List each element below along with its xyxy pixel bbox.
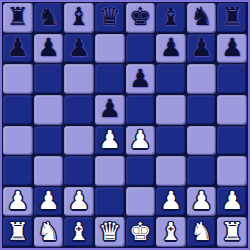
square-d7[interactable] <box>95 34 125 64</box>
square-e6[interactable]: ♟ <box>126 64 156 94</box>
square-b6[interactable] <box>34 64 64 94</box>
square-c1[interactable]: ♝ <box>64 217 94 247</box>
square-h1[interactable]: ♜ <box>217 217 247 247</box>
square-f2[interactable]: ♟ <box>156 187 186 217</box>
square-c8[interactable]: ♝ <box>64 3 94 33</box>
piece-white-queen[interactable]: ♛ <box>98 219 120 244</box>
square-g5[interactable] <box>187 95 217 125</box>
square-a6[interactable] <box>3 64 33 94</box>
square-d4[interactable]: ♟ <box>95 126 125 156</box>
piece-white-pawn[interactable]: ♟ <box>221 188 243 213</box>
square-c7[interactable]: ♟ <box>64 34 94 64</box>
square-f7[interactable]: ♟ <box>156 34 186 64</box>
square-f6[interactable] <box>156 64 186 94</box>
piece-white-knight[interactable]: ♞ <box>37 219 59 244</box>
square-a7[interactable]: ♟ <box>3 34 33 64</box>
square-e3[interactable] <box>126 156 156 186</box>
piece-white-bishop[interactable]: ♝ <box>68 219 90 244</box>
piece-black-pawn[interactable]: ♟ <box>37 35 59 60</box>
piece-black-pawn[interactable]: ♟ <box>190 35 212 60</box>
square-a4[interactable] <box>3 126 33 156</box>
piece-black-king[interactable]: ♚ <box>129 4 151 29</box>
piece-black-pawn[interactable]: ♟ <box>98 96 120 121</box>
piece-black-pawn[interactable]: ♟ <box>221 35 243 60</box>
square-b3[interactable] <box>34 156 64 186</box>
piece-black-knight[interactable]: ♞ <box>190 4 212 29</box>
square-a3[interactable] <box>3 156 33 186</box>
square-d1[interactable]: ♛ <box>95 217 125 247</box>
square-c6[interactable] <box>64 64 94 94</box>
square-h8[interactable]: ♜ <box>217 3 247 33</box>
square-e7[interactable] <box>126 34 156 64</box>
square-f3[interactable] <box>156 156 186 186</box>
square-d3[interactable] <box>95 156 125 186</box>
square-h5[interactable] <box>217 95 247 125</box>
piece-white-bishop[interactable]: ♝ <box>160 219 182 244</box>
square-g3[interactable] <box>187 156 217 186</box>
square-e8[interactable]: ♚ <box>126 3 156 33</box>
piece-white-king[interactable]: ♚ <box>129 219 151 244</box>
square-c3[interactable] <box>64 156 94 186</box>
piece-black-pawn[interactable]: ♟ <box>160 35 182 60</box>
square-a8[interactable]: ♜ <box>3 3 33 33</box>
square-f8[interactable]: ♝ <box>156 3 186 33</box>
square-c5[interactable] <box>64 95 94 125</box>
board-frame: ♜♞♝♛♚♝♞♜♟♟♟♟♟♟♟♟♟♟♟♟♟♟♟♟♜♞♝♛♚♝♞♜ <box>0 0 250 250</box>
piece-black-rook[interactable]: ♜ <box>7 4 29 29</box>
square-h2[interactable]: ♟ <box>217 187 247 217</box>
piece-black-bishop[interactable]: ♝ <box>68 4 90 29</box>
square-d5[interactable]: ♟ <box>95 95 125 125</box>
square-h6[interactable] <box>217 64 247 94</box>
square-h4[interactable] <box>217 126 247 156</box>
square-f4[interactable] <box>156 126 186 156</box>
piece-white-pawn[interactable]: ♟ <box>37 188 59 213</box>
piece-white-pawn[interactable]: ♟ <box>129 127 151 152</box>
square-a1[interactable]: ♜ <box>3 217 33 247</box>
piece-black-knight[interactable]: ♞ <box>37 4 59 29</box>
square-d8[interactable]: ♛ <box>95 3 125 33</box>
square-g6[interactable] <box>187 64 217 94</box>
chess-board: ♜♞♝♛♚♝♞♜♟♟♟♟♟♟♟♟♟♟♟♟♟♟♟♟♜♞♝♛♚♝♞♜ <box>2 2 248 248</box>
square-b8[interactable]: ♞ <box>34 3 64 33</box>
square-e4[interactable]: ♟ <box>126 126 156 156</box>
square-h7[interactable]: ♟ <box>217 34 247 64</box>
square-d6[interactable] <box>95 64 125 94</box>
square-g4[interactable] <box>187 126 217 156</box>
piece-white-pawn[interactable]: ♟ <box>98 127 120 152</box>
square-b2[interactable]: ♟ <box>34 187 64 217</box>
piece-white-pawn[interactable]: ♟ <box>160 188 182 213</box>
square-b7[interactable]: ♟ <box>34 34 64 64</box>
square-a5[interactable] <box>3 95 33 125</box>
square-g8[interactable]: ♞ <box>187 3 217 33</box>
piece-black-pawn[interactable]: ♟ <box>7 35 29 60</box>
piece-black-rook[interactable]: ♜ <box>221 4 243 29</box>
piece-white-knight[interactable]: ♞ <box>190 219 212 244</box>
square-e5[interactable] <box>126 95 156 125</box>
square-d2[interactable] <box>95 187 125 217</box>
piece-black-pawn[interactable]: ♟ <box>68 35 90 60</box>
piece-white-rook[interactable]: ♜ <box>7 219 29 244</box>
piece-black-queen[interactable]: ♛ <box>98 4 120 29</box>
square-g2[interactable]: ♟ <box>187 187 217 217</box>
square-b1[interactable]: ♞ <box>34 217 64 247</box>
square-g7[interactable]: ♟ <box>187 34 217 64</box>
square-c2[interactable]: ♟ <box>64 187 94 217</box>
square-e1[interactable]: ♚ <box>126 217 156 247</box>
piece-black-bishop[interactable]: ♝ <box>160 4 182 29</box>
square-b5[interactable] <box>34 95 64 125</box>
piece-white-pawn[interactable]: ♟ <box>7 188 29 213</box>
square-c4[interactable] <box>64 126 94 156</box>
piece-white-pawn[interactable]: ♟ <box>68 188 90 213</box>
square-g1[interactable]: ♞ <box>187 217 217 247</box>
piece-white-rook[interactable]: ♜ <box>221 219 243 244</box>
square-a2[interactable]: ♟ <box>3 187 33 217</box>
piece-black-pawn[interactable]: ♟ <box>129 66 151 91</box>
square-b4[interactable] <box>34 126 64 156</box>
square-f5[interactable] <box>156 95 186 125</box>
square-f1[interactable]: ♝ <box>156 217 186 247</box>
square-h3[interactable] <box>217 156 247 186</box>
piece-white-pawn[interactable]: ♟ <box>190 188 212 213</box>
square-e2[interactable] <box>126 187 156 217</box>
